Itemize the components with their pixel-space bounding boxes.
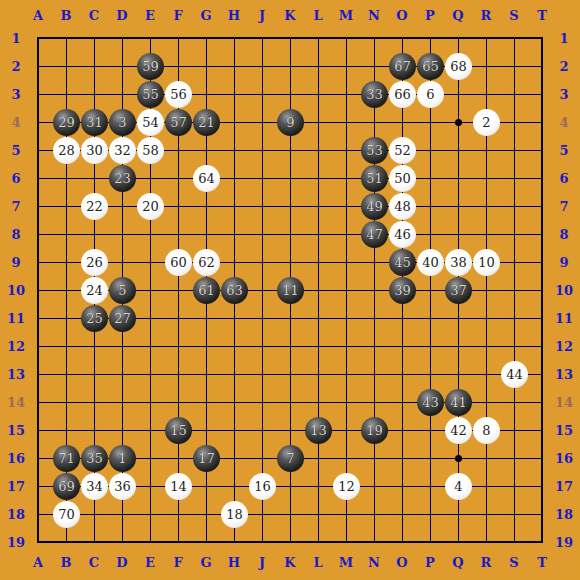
- col-label-bottom: A: [33, 555, 43, 570]
- col-label-top: O: [396, 8, 407, 23]
- stone-68-white: 68: [445, 53, 472, 80]
- stone-22-white: 22: [81, 193, 108, 220]
- col-label-bottom: S: [509, 555, 518, 570]
- stone-14-white: 14: [165, 473, 192, 500]
- stone-12-white: 12: [333, 473, 360, 500]
- stone-26-white: 26: [81, 249, 108, 276]
- stone-34-white: 34: [81, 473, 108, 500]
- col-label-bottom: Q: [452, 555, 463, 570]
- stone-36-white: 36: [109, 473, 136, 500]
- col-label-top: R: [481, 8, 492, 23]
- stone-54-white: 54: [137, 109, 164, 136]
- stone-17-black: 17: [193, 445, 220, 472]
- row-label-left: 18: [7, 507, 25, 522]
- stone-62-white: 62: [193, 249, 220, 276]
- row-label-right: 15: [555, 423, 573, 438]
- col-label-top: C: [89, 8, 99, 23]
- stone-28-white: 28: [53, 137, 80, 164]
- stone-37-black: 37: [445, 277, 472, 304]
- stone-44-white: 44: [501, 361, 528, 388]
- stone-16-white: 16: [249, 473, 276, 500]
- row-label-right: 12: [555, 339, 573, 354]
- stone-52-white: 52: [389, 137, 416, 164]
- col-label-bottom: P: [425, 555, 435, 570]
- stone-56-white: 56: [165, 81, 192, 108]
- col-label-top: M: [339, 8, 353, 23]
- stone-48-white: 48: [389, 193, 416, 220]
- row-label-right: 4: [559, 115, 568, 130]
- col-label-bottom: O: [396, 555, 407, 570]
- col-label-bottom: N: [368, 555, 380, 570]
- row-label-right: 16: [555, 451, 573, 466]
- star-point: [455, 455, 462, 462]
- col-label-bottom: H: [228, 555, 240, 570]
- row-label-right: 5: [559, 143, 568, 158]
- stone-70-white: 70: [53, 501, 80, 528]
- stone-15-black: 15: [165, 417, 192, 444]
- col-label-bottom: L: [313, 555, 322, 570]
- stone-1-black: 1: [109, 445, 136, 472]
- row-label-right: 11: [555, 311, 573, 326]
- stone-30-white: 30: [81, 137, 108, 164]
- stone-66-white: 66: [389, 81, 416, 108]
- col-label-top: B: [61, 8, 72, 23]
- stone-51-black: 51: [361, 165, 388, 192]
- row-label-left: 8: [11, 227, 20, 242]
- row-label-left: 11: [7, 311, 25, 326]
- stone-13-black: 13: [305, 417, 332, 444]
- row-label-left: 4: [11, 115, 20, 130]
- col-label-top: F: [173, 8, 182, 23]
- col-label-top: Q: [452, 8, 463, 23]
- row-label-right: 7: [559, 199, 568, 214]
- stone-60-white: 60: [165, 249, 192, 276]
- stone-45-black: 45: [389, 249, 416, 276]
- stone-5-black: 5: [109, 277, 136, 304]
- stone-61-black: 61: [193, 277, 220, 304]
- row-label-left: 1: [11, 31, 20, 46]
- col-label-bottom: F: [173, 555, 182, 570]
- star-point: [455, 119, 462, 126]
- stone-20-white: 20: [137, 193, 164, 220]
- stone-9-black: 9: [277, 109, 304, 136]
- stone-59-black: 59: [137, 53, 164, 80]
- col-label-bottom: C: [89, 555, 99, 570]
- row-label-left: 13: [7, 367, 25, 382]
- stone-39-black: 39: [389, 277, 416, 304]
- stone-49-black: 49: [361, 193, 388, 220]
- stone-63-black: 63: [221, 277, 248, 304]
- stone-55-black: 55: [137, 81, 164, 108]
- row-label-right: 9: [559, 255, 568, 270]
- row-label-left: 16: [7, 451, 25, 466]
- row-label-right: 10: [555, 283, 573, 298]
- col-label-top: N: [368, 8, 380, 23]
- col-label-bottom: E: [145, 555, 155, 570]
- row-label-left: 15: [7, 423, 25, 438]
- row-label-right: 3: [559, 87, 568, 102]
- col-label-bottom: R: [481, 555, 492, 570]
- col-label-top: G: [200, 8, 211, 23]
- stone-27-black: 27: [109, 305, 136, 332]
- stone-2-white: 2: [473, 109, 500, 136]
- col-label-bottom: D: [116, 555, 127, 570]
- row-label-right: 19: [555, 535, 573, 550]
- stone-32-white: 32: [109, 137, 136, 164]
- row-label-right: 8: [559, 227, 568, 242]
- row-label-right: 18: [555, 507, 573, 522]
- col-label-bottom: T: [537, 555, 547, 570]
- row-label-right: 1: [559, 31, 568, 46]
- stone-6-white: 6: [417, 81, 444, 108]
- stone-10-white: 10: [473, 249, 500, 276]
- stone-19-black: 19: [361, 417, 388, 444]
- stone-38-white: 38: [445, 249, 472, 276]
- stone-57-black: 57: [165, 109, 192, 136]
- row-label-right: 13: [555, 367, 573, 382]
- col-label-top: K: [284, 8, 295, 23]
- stone-69-black: 69: [53, 473, 80, 500]
- stone-8-white: 8: [473, 417, 500, 444]
- row-label-left: 6: [11, 171, 20, 186]
- stone-64-white: 64: [193, 165, 220, 192]
- stone-21-black: 21: [193, 109, 220, 136]
- stone-29-black: 29: [53, 109, 80, 136]
- row-label-left: 12: [7, 339, 25, 354]
- row-label-left: 5: [11, 143, 20, 158]
- stone-4-white: 4: [445, 473, 472, 500]
- row-label-left: 3: [11, 87, 20, 102]
- stone-67-black: 67: [389, 53, 416, 80]
- stone-50-white: 50: [389, 165, 416, 192]
- col-label-bottom: G: [200, 555, 211, 570]
- stone-53-black: 53: [361, 137, 388, 164]
- row-label-left: 2: [11, 59, 20, 74]
- stone-7-black: 7: [277, 445, 304, 472]
- col-label-top: T: [537, 8, 547, 23]
- col-label-top: P: [425, 8, 435, 23]
- stone-71-black: 71: [53, 445, 80, 472]
- stone-46-white: 46: [389, 221, 416, 248]
- stone-65-black: 65: [417, 53, 444, 80]
- stone-25-black: 25: [81, 305, 108, 332]
- row-label-left: 10: [7, 283, 25, 298]
- col-label-bottom: B: [61, 555, 72, 570]
- row-label-right: 17: [555, 479, 573, 494]
- row-label-right: 2: [559, 59, 568, 74]
- stone-11-black: 11: [277, 277, 304, 304]
- stone-43-black: 43: [417, 389, 444, 416]
- row-label-left: 17: [7, 479, 25, 494]
- col-label-top: A: [33, 8, 43, 23]
- col-label-top: D: [116, 8, 127, 23]
- col-label-bottom: J: [259, 555, 265, 570]
- col-label-bottom: M: [339, 555, 353, 570]
- row-label-left: 7: [11, 199, 20, 214]
- col-label-top: L: [313, 8, 322, 23]
- row-label-left: 9: [11, 255, 20, 270]
- stone-18-white: 18: [221, 501, 248, 528]
- col-label-bottom: K: [284, 555, 295, 570]
- col-label-top: E: [145, 8, 155, 23]
- stone-23-black: 23: [109, 165, 136, 192]
- stone-33-black: 33: [361, 81, 388, 108]
- col-label-top: S: [509, 8, 518, 23]
- row-label-left: 19: [7, 535, 25, 550]
- stone-24-white: 24: [81, 277, 108, 304]
- stone-3-black: 3: [109, 109, 136, 136]
- stone-42-white: 42: [445, 417, 472, 444]
- col-label-top: H: [228, 8, 240, 23]
- row-label-right: 14: [555, 395, 573, 410]
- col-label-top: J: [259, 8, 265, 23]
- stone-35-black: 35: [81, 445, 108, 472]
- stone-40-white: 40: [417, 249, 444, 276]
- row-label-right: 6: [559, 171, 568, 186]
- stone-41-black: 41: [445, 389, 472, 416]
- stone-58-white: 58: [137, 137, 164, 164]
- stone-31-black: 31: [81, 109, 108, 136]
- row-label-left: 14: [7, 395, 25, 410]
- stone-47-black: 47: [361, 221, 388, 248]
- go-board-diagram[interactable]: AABBCCDDEEFFGGHHJJKKLLMMNNOOPPQQRRSSTT11…: [0, 0, 580, 580]
